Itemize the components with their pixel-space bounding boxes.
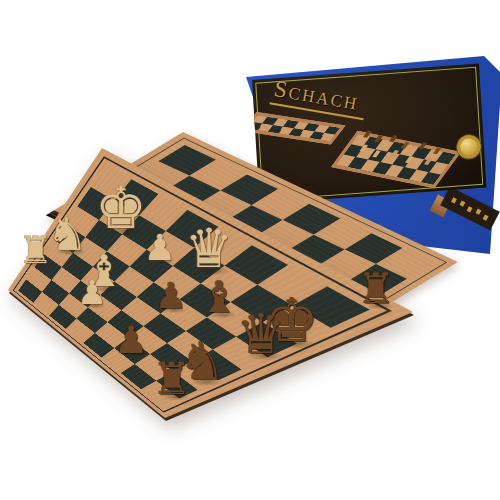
open-board-wrap [0, 0, 500, 500]
open-board-grid [18, 165, 369, 406]
product-photo-scene: SCHACH ♜♞♚♝♟♟♛♟♝♟♜♞♛♚♜ [0, 0, 500, 500]
open-chessboard [8, 148, 413, 418]
